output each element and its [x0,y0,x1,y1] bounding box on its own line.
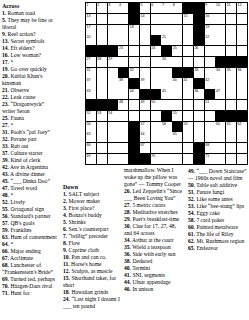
grid-cell-r1c15[interactable]: 12 [237,3,247,13]
grid-cell-r15c6-black [140,154,150,164]
clue-number: 38. [124,258,131,264]
grid-cell-r14c15[interactable] [237,143,247,153]
grid-cell-r2c13[interactable] [215,14,225,24]
grid-cell-r2c9[interactable] [172,14,182,24]
clue-number: 43. [2,171,9,177]
clue-number: 59. [2,227,9,233]
grid-cell-r9c5[interactable]: 44 [129,89,139,99]
grid-cell-r12c2[interactable] [97,122,107,132]
clue-text: Hunt for [10,290,29,296]
grid-cell-r13c8[interactable] [161,132,171,142]
clue-down-18: 18. Hawaiian grinds [63,289,121,296]
clue-text: SNL segments [132,272,165,278]
clue-across-22: 22. Leak cause [2,94,59,101]
grid-cell-r9c9[interactable] [172,89,182,99]
clue-across-32: 32. Pavane part [2,136,59,143]
grid-cell-r12c13[interactable]: 60 [215,122,225,132]
clue-number: 39. [2,157,9,163]
grid-cell-r15c3[interactable] [108,154,118,164]
grid-cell-r11c6[interactable] [140,111,150,121]
clue-text: Towel word [10,185,37,191]
grid-cell-r4c8[interactable]: 21 [161,35,171,45]
grid-cell-r11c11[interactable] [194,111,204,121]
clue-text: Secret symbols [10,38,44,44]
grid-cell-r14c11-black [194,143,204,153]
grid-cell-r13c13[interactable] [215,132,225,142]
clue-number: 5. [63,219,67,225]
grid-cell-r5c12[interactable] [205,46,215,56]
grid-cell-r7c1[interactable]: 31 [86,68,96,78]
grid-cell-r4c15[interactable] [237,35,247,45]
grid-cell-r13c5-black [129,132,139,142]
grid-cell-r11c10[interactable] [183,111,193,121]
grid-cell-r15c2[interactable] [97,154,107,164]
clue-number: 50. [188,182,195,188]
grid-cell-r13c2[interactable] [97,132,107,142]
clue-text: * [10,59,13,65]
grid-cell-r5c11[interactable]: 26 [194,46,204,56]
clue-text: Leak cause [10,94,35,100]
clue-number: 54. [188,210,195,216]
clue-text: Acclimate [10,255,33,261]
grid-cell-r3c14[interactable] [226,25,236,35]
grid-cell-r11c3[interactable]: 54 [108,111,118,121]
grid-cell-r13c15[interactable] [237,132,247,142]
grid-cell-r2c14[interactable] [226,14,236,24]
grid-cell-r12c4[interactable] [118,122,128,132]
clue-number: 47. [2,185,9,191]
grid-cell-r10c8[interactable] [161,100,171,110]
grid-cell-r13c6[interactable]: 64 [140,132,150,142]
grid-cell-r15c1[interactable]: 69 [86,154,96,164]
cell-number: 62 [238,122,242,126]
grid-cell-r13c4[interactable] [118,132,128,142]
grid-cell-r8c2[interactable] [97,78,107,88]
grid-cell-r5c9[interactable]: 25 [172,46,182,56]
grid-cell-r8c7[interactable] [151,78,161,88]
grid-cell-r12c12[interactable] [205,122,215,132]
clue-number: 26. [124,188,131,194]
clue-down-28: 28. Meditative stretches [124,209,185,216]
clue-number: 11. [63,261,70,267]
clue-number: 33. [2,143,9,149]
grid-cell-r8c14[interactable] [226,78,236,88]
clue-text: Lanchester of “Frankenstein's Bride” [2,262,53,275]
grid-cell-r9c15[interactable] [237,89,247,99]
grid-cell-r3c10[interactable] [183,25,193,35]
grid-cell-r10c15[interactable] [237,100,247,110]
grid-cell-r1c9[interactable]: 8 [172,3,182,13]
grid-cell-r3c6[interactable] [140,25,150,35]
clue-text: Wield a teaspoon [132,244,171,250]
grid-cell-r7c2[interactable] [97,68,107,78]
grid-cell-r14c5-black [129,143,139,153]
grid-cell-r7c11[interactable]: 33 [194,68,204,78]
grid-cell-r6c8[interactable]: 30 [161,57,171,67]
grid-cell-r9c10[interactable] [183,89,193,99]
clue-across-13: 13. Secret symbols [2,38,59,45]
grid-cell-r14c10[interactable] [183,143,193,153]
grid-cell-r12c10[interactable]: 59 [183,122,193,132]
grid-cell-r3c4[interactable] [118,25,128,35]
grid-cell-r7c8[interactable] [161,68,171,78]
grid-cell-r8c3[interactable] [108,78,118,88]
grid-cell-r14c9[interactable] [172,143,182,153]
clue-text: Like some antes [196,196,232,202]
clue-across-45: 45. “___ Dinka Doo” [2,178,59,185]
grid-cell-r1c12[interactable]: 9 [205,3,215,13]
grid-cell-r7c4-black [118,68,128,78]
grid-cell-r9c13[interactable]: 47 [215,89,225,99]
grid-cell-r4c9[interactable] [172,35,182,45]
clue-number: 48. [2,192,9,198]
grid-cell-r4c3[interactable] [108,35,118,45]
clue-text: Fauna [10,115,24,121]
grid-cell-r10c4[interactable]: 48 [118,100,128,110]
grid-cell-r8c15[interactable] [237,78,247,88]
grid-cell-r10c5[interactable] [129,100,139,110]
grid-cell-r15c9[interactable] [172,154,182,164]
clue-number: 70. [2,283,9,289]
clue-text: 5 metric carats [132,202,165,208]
grid-cell-r4c1[interactable]: 20 [86,35,96,45]
grid-cell-r2c6[interactable]: 14 [140,14,150,24]
grid-cell-r3c13[interactable] [215,25,225,35]
grid-cell-r15c4[interactable] [118,154,128,164]
grid-cell-r5c5[interactable] [129,46,139,56]
clue-down-9: 9. Caprine cloth [63,247,121,254]
clue-number: 3. [63,205,67,211]
grid-cell-r4c5[interactable] [129,35,139,45]
grid-cell-r5c2-black [97,46,107,56]
grid-cell-r1c6[interactable]: 5 [140,3,150,13]
crossword-grid: 1234567891011121314151617181920212223242… [85,2,248,165]
grid-cell-r12c11[interactable] [194,122,204,132]
clue-text: In unison [132,286,153,292]
clue-number: 12. [63,268,70,274]
clue-down-34: 34. Arthur at the court [124,237,185,244]
grid-cell-r10c2-black [97,100,107,110]
clue-across-56: 56. Standard's partner [2,213,59,220]
clue-down-53: 53. Like “bee-stung” lips [188,203,247,210]
clue-across-55: 55. Octagonal sign [2,206,59,213]
grid-cell-r14c4[interactable] [118,143,128,153]
grid-cell-r6c1[interactable]: 27 [86,57,96,67]
clue-text: Ulnar appendage [132,279,170,285]
cell-number: 4 [119,3,121,7]
clue-number: 34. [124,237,131,243]
grid-cell-r15c13[interactable] [215,154,225,164]
clue-text: “___ Down Staircase” — 1960s novel and f… [188,168,246,181]
cell-number: 66 [87,143,91,147]
grid-cell-r6c9[interactable] [172,57,182,67]
clue-number: 36. [124,251,131,257]
grid-cell-r11c2[interactable]: 53 [97,111,107,121]
grid-cell-r6c15-black [237,57,247,67]
clue-number: 14. [2,45,9,51]
grid-cell-r3c12[interactable]: 19 [205,25,215,35]
grid-cell-r9c8[interactable]: 45 [161,89,171,99]
grid-cell-r3c9[interactable] [172,25,182,35]
grid-cell-r10c10[interactable] [183,100,193,110]
grid-cell-r15c12[interactable]: 71 [205,154,215,164]
clue-number: 1. [2,10,6,16]
grid-cell-r9c11[interactable]: 46 [194,89,204,99]
grid-cell-r12c3[interactable] [108,122,118,132]
grid-cell-r5c15[interactable] [237,46,247,56]
grid-cell-r14c8[interactable] [161,143,171,153]
clue-text: First place? [69,205,95,211]
grid-cell-r6c5[interactable] [129,57,139,67]
clue-down-1: 1. SALT subject [63,191,121,198]
grid-cell-r3c7[interactable] [151,25,161,35]
clue-across-59: 59. Franklins [2,227,59,234]
grid-cell-r14c1[interactable]: 66 [86,143,96,153]
grid-cell-r13c12[interactable] [205,132,215,142]
clue-text: Kind of clerk [10,157,40,163]
grid-cell-r2c2[interactable] [97,14,107,24]
clue-number: 37. [2,150,9,156]
grid-cell-r6c11[interactable] [194,57,204,67]
grid-cell-r8c1[interactable]: 37 [86,78,96,88]
grid-cell-r14c7[interactable] [151,143,161,153]
grid-cell-r7c15[interactable]: 36 [237,68,247,78]
clue-number: 17. [2,59,9,65]
grid-cell-r8c13[interactable] [215,78,225,88]
grid-cell-r14c13[interactable] [215,143,225,153]
grid-cell-r1c7[interactable]: 6 [151,3,161,13]
grid-cell-r5c8-black [161,46,171,56]
grid-cell-r1c3[interactable]: 3 [108,3,118,13]
grid-cell-r12c8[interactable]: 58 [161,122,171,132]
clue-across-70: 70. Häagen-Dazs rival [2,283,59,290]
grid-cell-r13c9[interactable]: 65 [172,132,182,142]
grid-cell-r2c12[interactable]: 16 [205,14,215,24]
clue-number: 52. [2,199,9,205]
grid-cell-r4c12[interactable]: 22 [205,35,215,45]
grid-cell-r4c2[interactable] [97,35,107,45]
grid-cell-r4c14[interactable] [226,35,236,45]
grid-cell-r11c4[interactable] [118,111,128,121]
grid-cell-r1c1[interactable]: 1 [86,3,96,13]
grid-cell-r15c8[interactable] [161,154,171,164]
cell-number: 50 [151,100,155,104]
clue-text: Horse's home [71,261,101,267]
grid-cell-r10c9[interactable] [172,100,182,110]
grid-cell-r5c7[interactable]: 24 [151,46,161,56]
clue-number: 16. [2,52,9,58]
grid-cell-r1c8[interactable]: 7 [161,3,171,13]
cell-number: 46 [194,89,198,93]
clue-number: 35. [124,244,131,250]
grid-cell-r9c1[interactable]: 43 [86,89,96,99]
grid-cell-r1c13[interactable]: 10 [215,3,225,13]
grid-cell-r3c1[interactable]: 17 [86,25,96,35]
grid-cell-r6c6[interactable] [140,57,150,67]
grid-cell-r13c14[interactable] [226,132,236,142]
grid-cell-r4c13[interactable] [215,35,225,45]
grid-cell-r6c12[interactable] [205,57,215,67]
clue-number: 45. [2,178,9,184]
clue-down-7: 7. “brillig” preceder [63,233,121,240]
clue-number: 61. [188,231,195,237]
grid-cell-r6c2[interactable]: 28 [97,57,107,67]
grid-cell-r13c1[interactable]: 63 [86,132,96,142]
clue-across-20: 20. Kublai Khan's kinsman [2,73,59,87]
clue-number: 9. [63,247,67,253]
grid-cell-r10c12[interactable]: 51 [205,100,215,110]
grid-cell-r5c10[interactable] [183,46,193,56]
grid-cell-r2c10[interactable]: 15 [183,14,193,24]
grid-cell-r3c3[interactable] [108,25,118,35]
grid-cell-r4c10[interactable] [183,35,193,45]
grid-cell-r1c2[interactable]: 2 [97,3,107,13]
cell-number: 28 [97,57,101,61]
grid-cell-r8c4[interactable]: 38 [118,78,128,88]
grid-cell-r7c14[interactable]: 35 [226,68,236,78]
clue-number: 19. [2,66,9,72]
clue-text: “brillig” preceder [69,233,108,239]
cell-number: 56 [87,122,91,126]
clue-text: Like “bee-stung” lips [196,203,244,209]
grid-cell-r7c6[interactable] [140,68,150,78]
grid-cell-r2c4[interactable] [118,14,128,24]
grid-cell-r2c8[interactable] [161,14,171,24]
grid-cell-r2c11-black [194,14,204,24]
grid-cell-r8c6[interactable]: 39 [140,78,150,88]
grid-cell-r15c14[interactable] [226,154,236,164]
crossword-puzzle-page: Across 1. Roman road5. They may be fine … [0,0,249,320]
grid-cell-r12c6[interactable]: 57 [140,122,150,132]
grid-cell-r12c14[interactable]: 61 [226,122,236,132]
grid-cell-r14c12[interactable]: 68 [205,143,215,153]
clue-number: 10. [63,254,70,260]
grid-cell-r10c14[interactable] [226,100,236,110]
grid-cell-r7c5[interactable]: 32 [129,68,139,78]
grid-cell-r8c11-black [194,78,204,88]
grid-cell-r13c7[interactable] [151,132,161,142]
clue-across-31: 31. Pooh's “pal Joey” [2,129,59,136]
grid-cell-r9c7-black [151,89,161,99]
grid-cell-r5c6[interactable] [140,46,150,56]
grid-cell-r15c7[interactable]: 70 [151,154,161,164]
clue-text: Standard's partner [10,213,50,219]
clue-down-35: 35. Wield a teaspoon [124,244,185,251]
grid-cell-r2c5-black [129,14,139,24]
cell-number: 22 [205,35,209,39]
grid-cell-r3c2[interactable] [97,25,107,35]
grid-cell-r9c4[interactable] [118,89,128,99]
grid-cell-r14c3[interactable] [108,143,118,153]
grid-cell-r7c12[interactable] [205,68,215,78]
clue-down-61: 61. The life of Riley [188,231,247,238]
grid-cell-r9c14[interactable] [226,89,236,99]
grid-cell-r10c6[interactable]: 49 [140,100,150,110]
grid-cell-r2c1[interactable]: 13 [86,14,96,24]
grid-cell-r2c7[interactable] [151,14,161,24]
clue-across-42: 42. Ave in Argentina [2,164,59,171]
grid-cell-r1c4[interactable]: 4 [118,3,128,13]
grid-cell-r2c15[interactable] [237,14,247,24]
grid-cell-r8c12[interactable]: 42 [205,78,215,88]
grid-cell-r15c15[interactable] [237,154,247,164]
clue-across-9: 9. Reel action? [2,31,59,38]
clue-text: Meditative stretches [132,209,177,215]
clue-text: Termini [132,265,150,271]
grid-cell-r10c7[interactable]: 50 [151,100,161,110]
cell-number: 65 [173,132,177,136]
clue-text: The life of Riley [196,231,233,237]
grid-cell-r5c13[interactable] [215,46,225,56]
grid-cell-r10c11[interactable] [194,100,204,110]
cell-number: 10 [216,3,220,7]
cell-number: 12 [238,3,242,7]
grid-cell-r12c1[interactable]: 56 [86,122,96,132]
cell-number: 51 [205,100,209,104]
grid-cell-r15c10[interactable] [183,154,193,164]
grid-cell-r7c3[interactable] [108,68,118,78]
grid-cell-r1c14[interactable]: 11 [226,3,236,13]
grid-cell-r5c4[interactable]: 23 [118,46,128,56]
grid-cell-r9c3[interactable] [108,89,118,99]
grid-cell-r12c15[interactable]: 62 [237,122,247,132]
grid-cell-r14c6[interactable]: 67 [140,143,150,153]
grid-cell-r2c3[interactable] [108,14,118,24]
clue-text: Caprine cloth [69,247,99,253]
clue-text: “___ Dinka Doo” [10,178,49,184]
grid-cell-r11c7[interactable] [151,111,161,121]
cell-number: 61 [227,122,231,126]
grid-cell-r5c14[interactable] [226,46,236,56]
grid-cell-r7c7[interactable] [151,68,161,78]
grid-cell-r3c5[interactable]: 18 [129,25,139,35]
grid-cell-r13c10[interactable] [183,132,193,142]
grid-cell-r8c10[interactable]: 41 [183,78,193,88]
clue-across-5: 5. They may be fine or liberal [2,17,59,31]
grid-cell-r6c7[interactable] [151,57,161,67]
grid-cell-r11c5[interactable] [129,111,139,121]
grid-cell-r6c3[interactable]: 29 [108,57,118,67]
grid-cell-r4c4[interactable] [118,35,128,45]
cell-number: 26 [194,46,198,50]
clue-across-47: 47. Towel word [2,185,59,192]
grid-cell-r13c3[interactable] [108,132,118,142]
grid-cell-r12c7[interactable] [151,122,161,132]
grid-cell-r11c9[interactable]: 55 [172,111,182,121]
grid-cell-r10c13[interactable] [215,100,225,110]
grid-cell-r3c8[interactable] [161,25,171,35]
grid-cell-r11c12[interactable] [205,111,215,121]
grid-cell-r8c8[interactable] [161,78,171,88]
grid-cell-r4c6[interactable] [140,35,150,45]
grid-cell-r1c11-black [194,3,204,13]
grid-cell-r7c13[interactable]: 34 [215,68,225,78]
clue-down-30: 30. Clue for 17, 27, 48, and 64 across [124,223,185,237]
grid-cell-r1c5-black [129,3,139,13]
grid-cell-r13c11[interactable] [194,132,204,142]
cell-number: 16 [205,14,209,18]
grid-cell-r11c1[interactable]: 52 [86,111,96,121]
clue-across-1: 1. Roman road [2,10,59,17]
grid-cell-r8c9[interactable]: 40 [172,78,182,88]
grid-cell-r6c4[interactable] [118,57,128,67]
grid-cell-r14c2[interactable] [97,143,107,153]
grid-cell-r3c15[interactable] [237,25,247,35]
grid-cell-r14c14[interactable] [226,143,236,153]
cell-number: 37 [87,78,91,82]
grid-cell-r9c2[interactable] [97,89,107,99]
grid-cell-r6c10[interactable] [183,57,193,67]
